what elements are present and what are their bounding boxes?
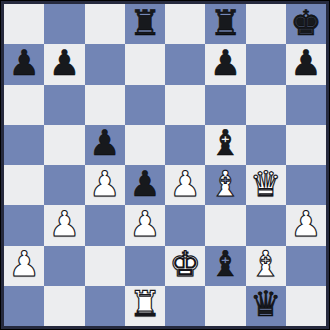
square-d8[interactable]: ♜: [125, 4, 165, 44]
square-c1[interactable]: [85, 286, 125, 326]
square-e7[interactable]: [165, 44, 205, 84]
square-g6[interactable]: [246, 85, 286, 125]
square-e4[interactable]: ♟: [165, 165, 205, 205]
square-a6[interactable]: [4, 85, 44, 125]
square-e6[interactable]: [165, 85, 205, 125]
square-c3[interactable]: [85, 205, 125, 245]
square-a8[interactable]: [4, 4, 44, 44]
square-d6[interactable]: [125, 85, 165, 125]
square-c6[interactable]: [85, 85, 125, 125]
square-g7[interactable]: [246, 44, 286, 84]
square-f7[interactable]: ♟: [205, 44, 245, 84]
square-a2[interactable]: ♟: [4, 246, 44, 286]
black-pawn-a7: ♟: [8, 46, 39, 81]
square-f5[interactable]: ♝: [205, 125, 245, 165]
square-g5[interactable]: [246, 125, 286, 165]
white-pawn-c4: ♟: [89, 167, 120, 202]
square-b7[interactable]: ♟: [44, 44, 84, 84]
page-background: ♜♜♚♟♟♟♟♟♝♟♟♟♝♛♟♟♟♟♚♝♝♜♛: [0, 0, 330, 330]
board-frame: ♜♜♚♟♟♟♟♟♝♟♟♟♝♛♟♟♟♟♚♝♝♜♛: [1, 1, 329, 329]
square-b3[interactable]: ♟: [44, 205, 84, 245]
black-rook-d8: ♜: [129, 6, 160, 41]
black-rook-f8: ♜: [210, 6, 241, 41]
white-bishop-g2: ♝: [250, 247, 281, 282]
square-b1[interactable]: [44, 286, 84, 326]
square-g3[interactable]: [246, 205, 286, 245]
black-king-h8: ♚: [290, 6, 321, 41]
black-pawn-c5: ♟: [89, 126, 120, 161]
white-pawn-d3: ♟: [129, 207, 160, 242]
square-e1[interactable]: [165, 286, 205, 326]
square-c4[interactable]: ♟: [85, 165, 125, 205]
black-pawn-h7: ♟: [290, 46, 321, 81]
square-e2[interactable]: ♚: [165, 246, 205, 286]
square-d3[interactable]: ♟: [125, 205, 165, 245]
white-pawn-h3: ♟: [290, 207, 321, 242]
square-h2[interactable]: [286, 246, 326, 286]
square-a4[interactable]: [4, 165, 44, 205]
square-c2[interactable]: [85, 246, 125, 286]
square-f4[interactable]: ♝: [205, 165, 245, 205]
square-h6[interactable]: [286, 85, 326, 125]
square-b2[interactable]: [44, 246, 84, 286]
square-a7[interactable]: ♟: [4, 44, 44, 84]
square-c5[interactable]: ♟: [85, 125, 125, 165]
black-pawn-f7: ♟: [210, 46, 241, 81]
square-g2[interactable]: ♝: [246, 246, 286, 286]
square-b5[interactable]: [44, 125, 84, 165]
square-f3[interactable]: [205, 205, 245, 245]
square-a5[interactable]: [4, 125, 44, 165]
square-f2[interactable]: ♝: [205, 246, 245, 286]
white-pawn-e4: ♟: [169, 167, 200, 202]
black-pawn-d4: ♟: [129, 167, 160, 202]
square-d4[interactable]: ♟: [125, 165, 165, 205]
square-h4[interactable]: [286, 165, 326, 205]
square-d5[interactable]: [125, 125, 165, 165]
white-king-e2: ♚: [169, 247, 200, 282]
chess-board: ♜♜♚♟♟♟♟♟♝♟♟♟♝♛♟♟♟♟♚♝♝♜♛: [4, 4, 326, 326]
white-pawn-a2: ♟: [8, 247, 39, 282]
white-pawn-b3: ♟: [49, 207, 80, 242]
square-e3[interactable]: [165, 205, 205, 245]
square-h3[interactable]: ♟: [286, 205, 326, 245]
black-bishop-f5: ♝: [210, 126, 241, 161]
square-h1[interactable]: [286, 286, 326, 326]
square-h8[interactable]: ♚: [286, 4, 326, 44]
square-c7[interactable]: [85, 44, 125, 84]
square-d7[interactable]: [125, 44, 165, 84]
square-a1[interactable]: [4, 286, 44, 326]
square-g8[interactable]: [246, 4, 286, 44]
square-b4[interactable]: [44, 165, 84, 205]
black-pawn-b7: ♟: [49, 46, 80, 81]
square-f1[interactable]: [205, 286, 245, 326]
square-f6[interactable]: [205, 85, 245, 125]
square-e5[interactable]: [165, 125, 205, 165]
white-queen-g4: ♛: [250, 167, 281, 202]
square-h5[interactable]: [286, 125, 326, 165]
square-d1[interactable]: ♜: [125, 286, 165, 326]
white-rook-d1: ♜: [129, 287, 160, 322]
black-bishop-f2: ♝: [210, 247, 241, 282]
square-a3[interactable]: [4, 205, 44, 245]
square-g1[interactable]: ♛: [246, 286, 286, 326]
square-b6[interactable]: [44, 85, 84, 125]
square-f8[interactable]: ♜: [205, 4, 245, 44]
square-e8[interactable]: [165, 4, 205, 44]
square-g4[interactable]: ♛: [246, 165, 286, 205]
square-d2[interactable]: [125, 246, 165, 286]
square-h7[interactable]: ♟: [286, 44, 326, 84]
white-bishop-f4: ♝: [210, 167, 241, 202]
black-queen-g1: ♛: [250, 287, 281, 322]
square-c8[interactable]: [85, 4, 125, 44]
square-b8[interactable]: [44, 4, 84, 44]
